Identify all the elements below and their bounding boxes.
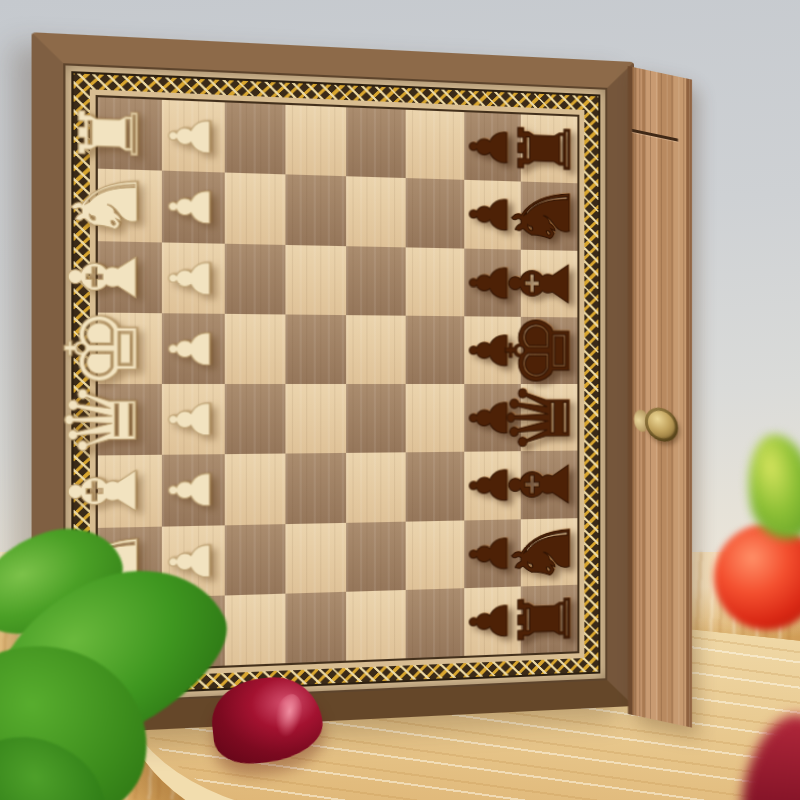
square-r7c5	[346, 521, 405, 591]
square-r4c4	[286, 314, 346, 384]
square-r3c8: ♝	[521, 249, 577, 317]
square-r2c1: ♞	[98, 169, 162, 242]
square-r2c2: ♟	[162, 171, 225, 243]
square-r5c3	[224, 384, 285, 454]
square-r4c1: ♚	[98, 312, 162, 384]
piece-white-pawn: ♟	[162, 324, 218, 372]
square-r1c8: ♜	[521, 114, 577, 183]
square-r3c4	[286, 244, 346, 314]
piece-white-bishop: ♝	[58, 452, 150, 531]
piece-black-knight: ♞	[502, 516, 581, 589]
square-r8c6	[405, 588, 463, 658]
piece-black-king: ♚	[495, 311, 582, 390]
square-r4c8: ♚	[521, 317, 577, 384]
piece-black-bishop: ♝	[500, 448, 581, 522]
square-r5c6	[405, 384, 463, 453]
piece-white-pawn: ♟	[162, 111, 218, 161]
square-r5c1: ♛	[98, 384, 162, 456]
piece-black-bishop: ♝	[500, 246, 581, 320]
square-r6c4	[286, 453, 346, 523]
square-r1c3	[224, 102, 285, 174]
square-r5c4	[286, 384, 346, 454]
square-r1c4	[286, 105, 346, 177]
brass-clasp-knob	[634, 397, 678, 450]
square-r6c6	[405, 452, 463, 521]
square-r7c8: ♞	[521, 518, 577, 587]
square-r8c4	[286, 592, 346, 664]
square-r3c2: ♟	[162, 242, 225, 314]
product-photo-scene: ♜♟♟♜♞♟♟♞♝♟♟♝♚♟♟♚♛♟♟♛♝♟♟♝♞♟♟♞♜♟♟♜	[0, 0, 800, 800]
square-r5c5	[346, 384, 405, 453]
square-r2c5	[346, 176, 405, 246]
piece-black-rook: ♜	[510, 116, 581, 182]
piece-black-rook: ♜	[510, 586, 581, 652]
hinge-seam	[632, 129, 678, 142]
square-r3c3	[224, 243, 285, 314]
square-r3c6	[405, 247, 463, 316]
box-side-panel	[628, 66, 692, 728]
piece-white-pawn: ♟	[162, 395, 218, 443]
square-r1c5	[346, 107, 405, 178]
square-r2c6	[405, 178, 463, 248]
knob-head	[645, 405, 678, 445]
square-r8c8: ♜	[521, 584, 577, 653]
piece-black-knight: ♞	[502, 179, 581, 252]
piece-white-bishop: ♝	[58, 237, 150, 316]
piece-white-pawn: ♟	[162, 466, 218, 515]
square-r3c1: ♝	[98, 241, 162, 313]
square-r8c5	[346, 590, 405, 661]
square-r6c3	[224, 454, 285, 525]
piece-white-pawn: ♟	[162, 253, 218, 302]
square-r4c2: ♟	[162, 313, 225, 384]
square-r7c6	[405, 520, 463, 590]
square-r1c2: ♟	[162, 100, 225, 173]
square-r8c3	[224, 593, 285, 665]
square-r2c8: ♞	[521, 182, 577, 251]
square-r2c3	[224, 173, 285, 245]
square-r6c1: ♝	[98, 455, 162, 527]
square-r6c5	[346, 453, 405, 523]
square-r4c3	[224, 314, 285, 384]
piece-black-queen: ♛	[497, 379, 582, 456]
square-r4c5	[346, 315, 405, 384]
square-r6c8: ♝	[521, 451, 577, 519]
square-r1c6	[405, 110, 463, 180]
piece-white-pawn: ♟	[162, 182, 218, 231]
square-r2c4	[286, 175, 346, 246]
piece-white-king: ♚	[52, 306, 151, 390]
square-r7c4	[286, 522, 346, 593]
piece-white-queen: ♛	[54, 379, 151, 461]
square-r5c2: ♟	[162, 384, 225, 455]
square-r7c3	[224, 524, 285, 596]
square-r6c2: ♟	[162, 454, 225, 526]
square-r4c6	[405, 315, 463, 384]
square-r5c8: ♛	[521, 384, 577, 451]
square-r3c5	[346, 246, 405, 316]
piece-white-knight: ♞	[61, 166, 151, 244]
piece-white-rook: ♜	[69, 98, 149, 169]
square-r1c1: ♜	[98, 97, 162, 171]
